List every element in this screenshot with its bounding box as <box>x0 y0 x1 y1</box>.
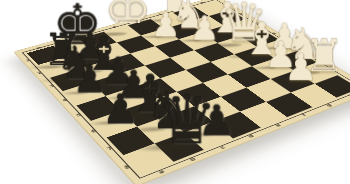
coord-file-near-c: c <box>218 144 226 150</box>
piece-black-pawn: ♟ <box>102 89 139 130</box>
coord-rank-left-5: 5 <box>75 112 83 117</box>
coord-rank-left-6: 6 <box>90 128 98 133</box>
coord-file-near-f: f <box>300 112 307 117</box>
coord-rank-left-8: 8 <box>123 164 132 170</box>
coord-file-near-e: e <box>273 122 282 127</box>
coord-file-near-a: a <box>157 168 166 174</box>
coord-rank-left-7: 7 <box>105 145 113 151</box>
chess-board: ♚♚♜♜♟♟♞♞♝♟♝♟♟♛♟♝♟♟♝♟♞♞♟♜♛♟ aabbccddeeffg… <box>14 0 350 184</box>
coord-file-near-b: b <box>188 156 197 162</box>
piece-white-pawn: ♟ <box>284 49 318 86</box>
photo-scene: ♚♚♜♜♟♟♞♞♝♟♝♟♟♛♟♝♟♟♝♟♞♞♟♜♛♟ aabbccddeeffg… <box>0 0 350 184</box>
piece-black-queen: ♛ <box>157 86 218 154</box>
coord-file-near-d: d <box>246 133 255 139</box>
coord-rank-left-4: 4 <box>61 97 68 102</box>
coord-rank-left-2: 2 <box>36 71 43 75</box>
piece-white-pawn: ♟ <box>189 12 219 46</box>
coord-rank-left-1: 1 <box>25 58 31 62</box>
coord-file-near-g: g <box>324 102 333 107</box>
piece-white-pawn: ♟ <box>151 8 181 41</box>
board-grid: ♚♚♜♜♟♟♞♞♝♟♝♟♟♛♟♝♟♟♝♟♞♞♟♜♛♟ <box>27 1 350 174</box>
coord-rank-left-3: 3 <box>48 84 55 88</box>
